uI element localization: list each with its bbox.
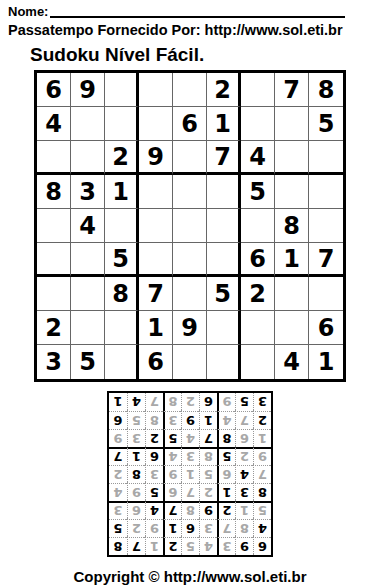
puzzle-cell-r1c7[interactable] — [241, 73, 275, 107]
puzzle-cell-r6c5[interactable] — [173, 243, 207, 277]
puzzle-cell-r8c4: 1 — [139, 311, 173, 345]
puzzle-cell-r6c2[interactable] — [71, 243, 105, 277]
puzzle-cell-r8c8[interactable] — [275, 311, 309, 345]
solution-cell-r6c5: 3 — [181, 447, 199, 465]
puzzle-cell-r3c2[interactable] — [71, 141, 105, 175]
solution-cell-r4c2: 3 — [235, 483, 253, 501]
puzzle-cell-r3c5[interactable] — [173, 141, 207, 175]
solution-cell-r9c2: 5 — [235, 393, 253, 411]
solution-cell-r5c5: 1 — [181, 465, 199, 483]
puzzle-cell-r5c4[interactable] — [139, 209, 173, 243]
solution-cell-r3c6: 7 — [163, 501, 181, 519]
puzzle-cell-r1c6: 2 — [207, 73, 241, 107]
solution-cell-r1c7: 1 — [145, 537, 163, 555]
puzzle-cell-r6c8: 1 — [275, 243, 309, 277]
puzzle-cell-r6c4[interactable] — [139, 243, 173, 277]
solution-cell-r9c7: 7 — [145, 393, 163, 411]
solution-cell-r1c9: 8 — [109, 537, 127, 555]
puzzle-cell-r4c5[interactable] — [173, 175, 207, 209]
solution-cell-r3c8: 6 — [127, 501, 145, 519]
puzzle-cell-r3c3: 2 — [105, 141, 139, 175]
puzzle-cell-r7c3: 8 — [105, 277, 139, 311]
puzzle-cell-r9c4: 6 — [139, 345, 173, 379]
puzzle-cell-r9c1: 3 — [37, 345, 71, 379]
solution-cell-r3c4: 9 — [199, 501, 217, 519]
solution-cell-r8c5: 9 — [181, 411, 199, 429]
solution-cell-r9c9: 1 — [109, 393, 127, 411]
solution-cell-r6c9: 7 — [109, 447, 127, 465]
puzzle-cell-r6c6[interactable] — [207, 243, 241, 277]
solution-cell-r1c4: 4 — [199, 537, 217, 555]
puzzle-cell-r6c3: 5 — [105, 243, 139, 277]
puzzle-cell-r2c6: 1 — [207, 107, 241, 141]
name-label: Nome: — [8, 4, 48, 19]
puzzle-cell-r6c9: 7 — [309, 243, 343, 277]
puzzle-cell-r8c3[interactable] — [105, 311, 139, 345]
solution-cell-r8c4: 1 — [199, 411, 217, 429]
solution-cell-r7c9: 9 — [109, 429, 127, 447]
puzzle-cell-r8c9: 6 — [309, 311, 343, 345]
puzzle-cell-r9c8: 4 — [275, 345, 309, 379]
solution-cell-r5c7: 3 — [145, 465, 163, 483]
solution-cell-r2c6: 1 — [163, 519, 181, 537]
puzzle-cell-r6c1[interactable] — [37, 243, 71, 277]
puzzle-cell-r6c7: 6 — [241, 243, 275, 277]
solution-cell-r9c3: 9 — [217, 393, 235, 411]
puzzle-cell-r9c6[interactable] — [207, 345, 241, 379]
puzzle-cell-r5c1[interactable] — [37, 209, 71, 243]
solution-cell-r4c6: 6 — [163, 483, 181, 501]
solution-cell-r1c1: 6 — [253, 537, 271, 555]
puzzle-cell-r8c2[interactable] — [71, 311, 105, 345]
puzzle-cell-r1c2: 9 — [71, 73, 105, 107]
solution-cell-r5c3: 6 — [217, 465, 235, 483]
puzzle-cell-r2c2[interactable] — [71, 107, 105, 141]
puzzle-cell-r2c8[interactable] — [275, 107, 309, 141]
solution-cell-r4c9: 4 — [109, 483, 127, 501]
puzzle-cell-r4c3: 1 — [105, 175, 139, 209]
solution-cell-r8c6: 3 — [163, 411, 181, 429]
puzzle-cell-r9c5[interactable] — [173, 345, 207, 379]
puzzle-cell-r2c4[interactable] — [139, 107, 173, 141]
solution-cell-r5c4: 5 — [199, 465, 217, 483]
puzzle-cell-r1c1: 6 — [37, 73, 71, 107]
puzzle-cell-r2c9: 5 — [309, 107, 343, 141]
puzzle-cell-r3c8[interactable] — [275, 141, 309, 175]
solution-cell-r2c2: 8 — [235, 519, 253, 537]
puzzle-cell-r4c8[interactable] — [275, 175, 309, 209]
main-sudoku-grid: 692784615297483154856178752219635641 — [34, 70, 346, 382]
puzzle-cell-r1c9: 8 — [309, 73, 343, 107]
solution-cell-r1c5: 5 — [181, 537, 199, 555]
solution-cell-r5c6: 9 — [163, 465, 181, 483]
solution-cell-r1c8: 7 — [127, 537, 145, 555]
puzzle-cell-r3c4: 9 — [139, 141, 173, 175]
solution-cell-r1c3: 3 — [217, 537, 235, 555]
puzzle-cell-r2c1: 4 — [37, 107, 71, 141]
solution-cell-r6c6: 4 — [163, 447, 181, 465]
solution-cell-r3c9: 3 — [109, 501, 127, 519]
puzzle-cell-r4c6[interactable] — [207, 175, 241, 209]
puzzle-cell-r1c8: 7 — [275, 73, 309, 107]
solution-cell-r2c7: 9 — [145, 519, 163, 537]
puzzle-cell-r1c5[interactable] — [173, 73, 207, 107]
solution-cell-r4c7: 5 — [145, 483, 163, 501]
puzzle-cell-r3c1[interactable] — [37, 141, 71, 175]
puzzle-cell-r5c8: 8 — [275, 209, 309, 243]
puzzle-cell-r1c4[interactable] — [139, 73, 173, 107]
solution-cell-r7c3: 8 — [217, 429, 235, 447]
solution-cell-r8c2: 7 — [235, 411, 253, 429]
solution-cell-r7c1: 1 — [253, 429, 271, 447]
solution-cell-r4c5: 7 — [181, 483, 199, 501]
puzzle-cell-r3c9[interactable] — [309, 141, 343, 175]
puzzle-cell-r8c6[interactable] — [207, 311, 241, 345]
solution-cell-r3c3: 2 — [217, 501, 235, 519]
puzzle-cell-r9c7[interactable] — [241, 345, 275, 379]
solution-cell-r6c3: 5 — [217, 447, 235, 465]
solution-cell-r4c4: 2 — [199, 483, 217, 501]
solution-cell-r7c6: 5 — [163, 429, 181, 447]
solution-cell-r6c7: 6 — [145, 447, 163, 465]
solution-cell-r7c7: 2 — [145, 429, 163, 447]
solution-cell-r8c7: 8 — [145, 411, 163, 429]
solution-cell-r5c1: 7 — [253, 465, 271, 483]
puzzle-cell-r4c2: 3 — [71, 175, 105, 209]
solution-cell-r6c8: 1 — [127, 447, 145, 465]
puzzle-cell-r9c3[interactable] — [105, 345, 139, 379]
puzzle-cell-r7c5[interactable] — [173, 277, 207, 311]
solution-cell-r5c8: 8 — [127, 465, 145, 483]
solution-cell-r1c2: 9 — [235, 537, 253, 555]
solution-cell-r9c1: 3 — [253, 393, 271, 411]
solution-cell-r2c9: 5 — [109, 519, 127, 537]
puzzle-cell-r4c4[interactable] — [139, 175, 173, 209]
copyright-line: Copyright © http://www.sol.eti.br — [8, 568, 372, 585]
puzzle-cell-r7c7: 2 — [241, 277, 275, 311]
solution-cell-r2c4: 3 — [199, 519, 217, 537]
solution-cell-r8c1: 2 — [253, 411, 271, 429]
solution-cell-r4c1: 8 — [253, 483, 271, 501]
puzzle-cell-r7c8[interactable] — [275, 277, 309, 311]
solution-cell-r7c5: 4 — [181, 429, 199, 447]
solution-grid-rotated: 6934521784873619255129874638312765947465… — [107, 391, 273, 557]
puzzle-cell-r2c7[interactable] — [241, 107, 275, 141]
solution-cell-r9c6: 8 — [163, 393, 181, 411]
puzzle-cell-r5c7[interactable] — [241, 209, 275, 243]
solution-cell-r6c1: 9 — [253, 447, 271, 465]
solution-cell-r3c1: 5 — [253, 501, 271, 519]
page-title: Sudoku Nível Fácil. — [30, 44, 372, 66]
name-blank-line — [50, 14, 345, 18]
solution-cell-r2c8: 2 — [127, 519, 145, 537]
puzzle-cell-r7c9[interactable] — [309, 277, 343, 311]
puzzle-cell-r7c4: 7 — [139, 277, 173, 311]
solution-cell-r7c4: 7 — [199, 429, 217, 447]
solution-cell-r7c8: 3 — [127, 429, 145, 447]
puzzle-cell-r7c6: 5 — [207, 277, 241, 311]
name-row: Nome: — [8, 3, 345, 19]
provider-line: Passatempo Fornecido Por: http://www.sol… — [8, 22, 372, 38]
solution-cell-r8c8: 5 — [127, 411, 145, 429]
solution-cell-r9c8: 4 — [127, 393, 145, 411]
puzzle-cell-r9c2: 5 — [71, 345, 105, 379]
puzzle-cell-r4c7: 5 — [241, 175, 275, 209]
puzzle-cell-r5c9[interactable] — [309, 209, 343, 243]
solution-cell-r2c3: 7 — [217, 519, 235, 537]
solution-cell-r3c7: 4 — [145, 501, 163, 519]
solution-cell-r6c4: 8 — [199, 447, 217, 465]
solution-cell-r3c5: 8 — [181, 501, 199, 519]
puzzle-cell-r8c1: 2 — [37, 311, 71, 345]
puzzle-cell-r5c6[interactable] — [207, 209, 241, 243]
puzzle-cell-r3c6: 7 — [207, 141, 241, 175]
puzzle-cell-r7c2[interactable] — [71, 277, 105, 311]
puzzle-cell-r3c7: 4 — [241, 141, 275, 175]
solution-cell-r8c9: 6 — [109, 411, 127, 429]
puzzle-cell-r2c5: 6 — [173, 107, 207, 141]
puzzle-cell-r4c1: 8 — [37, 175, 71, 209]
solution-cell-r1c6: 2 — [163, 537, 181, 555]
solution-cell-r5c2: 4 — [235, 465, 253, 483]
puzzle-cell-r4c9[interactable] — [309, 175, 343, 209]
puzzle-cell-r5c5[interactable] — [173, 209, 207, 243]
solution-cell-r3c2: 1 — [235, 501, 253, 519]
puzzle-cell-r2c3[interactable] — [105, 107, 139, 141]
solution-cell-r2c5: 6 — [181, 519, 199, 537]
puzzle-cell-r5c3[interactable] — [105, 209, 139, 243]
solution-cell-r5c9: 2 — [109, 465, 127, 483]
solution-cell-r6c2: 2 — [235, 447, 253, 465]
puzzle-cell-r1c3[interactable] — [105, 73, 139, 107]
puzzle-cell-r5c2: 4 — [71, 209, 105, 243]
puzzle-cell-r8c5: 9 — [173, 311, 207, 345]
puzzle-cell-r9c9: 1 — [309, 345, 343, 379]
puzzle-cell-r7c1[interactable] — [37, 277, 71, 311]
solution-cell-r7c2: 6 — [235, 429, 253, 447]
solution-cell-r4c3: 1 — [217, 483, 235, 501]
solution-cell-r9c5: 2 — [181, 393, 199, 411]
solution-cell-r8c3: 4 — [217, 411, 235, 429]
puzzle-cell-r8c7[interactable] — [241, 311, 275, 345]
solution-cell-r4c8: 9 — [127, 483, 145, 501]
solution-cell-r9c4: 6 — [199, 393, 217, 411]
solution-cell-r2c1: 4 — [253, 519, 271, 537]
